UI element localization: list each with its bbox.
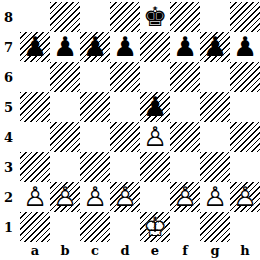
black-king[interactable]: ♚	[143, 2, 167, 32]
black-pawn[interactable]: ♟	[173, 32, 197, 62]
rank-label-1: 1	[0, 212, 17, 242]
square-f3[interactable]	[170, 152, 200, 182]
black-pawn[interactable]: ♟	[53, 32, 77, 62]
square-h8[interactable]	[230, 2, 260, 32]
file-label-f: f	[170, 242, 200, 259]
white-pawn-glyph: ♙	[173, 181, 197, 212]
rank-label-6: 6	[0, 62, 17, 92]
white-king[interactable]: ♚♔	[143, 212, 167, 242]
white-pawn-glyph: ♙	[233, 181, 257, 212]
white-pawn[interactable]: ♟♙	[233, 182, 257, 212]
square-b2[interactable]: ♟♙	[50, 182, 80, 212]
black-pawn[interactable]: ♟	[113, 32, 137, 62]
square-a3[interactable]	[20, 152, 50, 182]
square-b5[interactable]	[50, 92, 80, 122]
square-d6[interactable]	[110, 62, 140, 92]
square-a2[interactable]: ♟♙	[20, 182, 50, 212]
white-pawn-glyph: ♙	[53, 181, 77, 212]
file-label-a: a	[20, 242, 50, 259]
square-d2[interactable]: ♟♙	[110, 182, 140, 212]
square-c2[interactable]: ♟♙	[80, 182, 110, 212]
white-pawn[interactable]: ♟♙	[143, 122, 167, 152]
rank-labels: 87654321	[0, 2, 17, 242]
square-b8[interactable]	[50, 2, 80, 32]
square-e7[interactable]	[140, 32, 170, 62]
square-e8[interactable]: ♚	[140, 2, 170, 32]
square-f1[interactable]	[170, 212, 200, 242]
square-b1[interactable]	[50, 212, 80, 242]
square-c8[interactable]	[80, 2, 110, 32]
white-pawn[interactable]: ♟♙	[83, 182, 107, 212]
white-pawn-glyph: ♙	[203, 181, 227, 212]
rank-label-4: 4	[0, 122, 17, 152]
square-f2[interactable]: ♟♙	[170, 182, 200, 212]
square-c5[interactable]	[80, 92, 110, 122]
square-c6[interactable]	[80, 62, 110, 92]
square-c1[interactable]	[80, 212, 110, 242]
square-h1[interactable]	[230, 212, 260, 242]
rank-label-5: 5	[0, 92, 17, 122]
square-g5[interactable]	[200, 92, 230, 122]
square-d5[interactable]	[110, 92, 140, 122]
file-label-d: d	[110, 242, 140, 259]
square-f4[interactable]	[170, 122, 200, 152]
file-label-c: c	[80, 242, 110, 259]
chess-board: ♚♟♟♟♟♟♟♟♟♟♙♟♙♟♙♟♙♟♙♟♙♟♙♟♙♚♔	[20, 2, 260, 242]
square-d8[interactable]	[110, 2, 140, 32]
square-d7[interactable]: ♟	[110, 32, 140, 62]
square-e3[interactable]	[140, 152, 170, 182]
square-a7[interactable]: ♟	[20, 32, 50, 62]
white-pawn[interactable]: ♟♙	[203, 182, 227, 212]
square-a8[interactable]	[20, 2, 50, 32]
square-e6[interactable]	[140, 62, 170, 92]
rank-label-2: 2	[0, 182, 17, 212]
chess-diagram: 87654321 ♚♟♟♟♟♟♟♟♟♟♙♟♙♟♙♟♙♟♙♟♙♟♙♟♙♚♔ abc…	[0, 0, 260, 260]
square-a1[interactable]	[20, 212, 50, 242]
square-c4[interactable]	[80, 122, 110, 152]
square-h4[interactable]	[230, 122, 260, 152]
white-pawn[interactable]: ♟♙	[53, 182, 77, 212]
file-label-b: b	[50, 242, 80, 259]
black-pawn[interactable]: ♟	[233, 32, 257, 62]
square-g2[interactable]: ♟♙	[200, 182, 230, 212]
white-pawn-glyph: ♙	[113, 181, 137, 212]
square-e5[interactable]: ♟	[140, 92, 170, 122]
square-a4[interactable]	[20, 122, 50, 152]
rank-label-3: 3	[0, 152, 17, 182]
square-d1[interactable]	[110, 212, 140, 242]
square-g3[interactable]	[200, 152, 230, 182]
square-b4[interactable]	[50, 122, 80, 152]
square-d4[interactable]	[110, 122, 140, 152]
square-e2[interactable]	[140, 182, 170, 212]
file-label-g: g	[200, 242, 230, 259]
rank-label-7: 7	[0, 32, 17, 62]
file-labels: abcdefgh	[20, 242, 260, 259]
square-f5[interactable]	[170, 92, 200, 122]
square-b3[interactable]	[50, 152, 80, 182]
square-d3[interactable]	[110, 152, 140, 182]
black-pawn[interactable]: ♟	[203, 32, 227, 62]
white-pawn[interactable]: ♟♙	[173, 182, 197, 212]
white-pawn-glyph: ♙	[83, 181, 107, 212]
square-a6[interactable]	[20, 62, 50, 92]
white-pawn[interactable]: ♟♙	[113, 182, 137, 212]
white-pawn-glyph: ♙	[23, 181, 47, 212]
square-c7[interactable]: ♟	[80, 32, 110, 62]
square-h6[interactable]	[230, 62, 260, 92]
square-f8[interactable]	[170, 2, 200, 32]
white-pawn[interactable]: ♟♙	[23, 182, 47, 212]
square-e1[interactable]: ♚♔	[140, 212, 170, 242]
square-c3[interactable]	[80, 152, 110, 182]
square-h5[interactable]	[230, 92, 260, 122]
black-pawn[interactable]: ♟	[23, 32, 47, 62]
square-g6[interactable]	[200, 62, 230, 92]
square-g4[interactable]	[200, 122, 230, 152]
black-pawn[interactable]: ♟	[83, 32, 107, 62]
white-king-glyph: ♔	[143, 211, 167, 242]
rank-label-8: 8	[0, 2, 17, 32]
square-b7[interactable]: ♟	[50, 32, 80, 62]
square-f7[interactable]: ♟	[170, 32, 200, 62]
file-label-h: h	[230, 242, 260, 259]
black-pawn[interactable]: ♟	[143, 92, 167, 122]
square-h2[interactable]: ♟♙	[230, 182, 260, 212]
square-g7[interactable]: ♟	[200, 32, 230, 62]
square-g1[interactable]	[200, 212, 230, 242]
square-e4[interactable]: ♟♙	[140, 122, 170, 152]
square-f6[interactable]	[170, 62, 200, 92]
square-g8[interactable]	[200, 2, 230, 32]
square-h3[interactable]	[230, 152, 260, 182]
file-label-e: e	[140, 242, 170, 259]
square-h7[interactable]: ♟	[230, 32, 260, 62]
white-pawn-glyph: ♙	[143, 121, 167, 152]
square-a5[interactable]	[20, 92, 50, 122]
square-b6[interactable]	[50, 62, 80, 92]
